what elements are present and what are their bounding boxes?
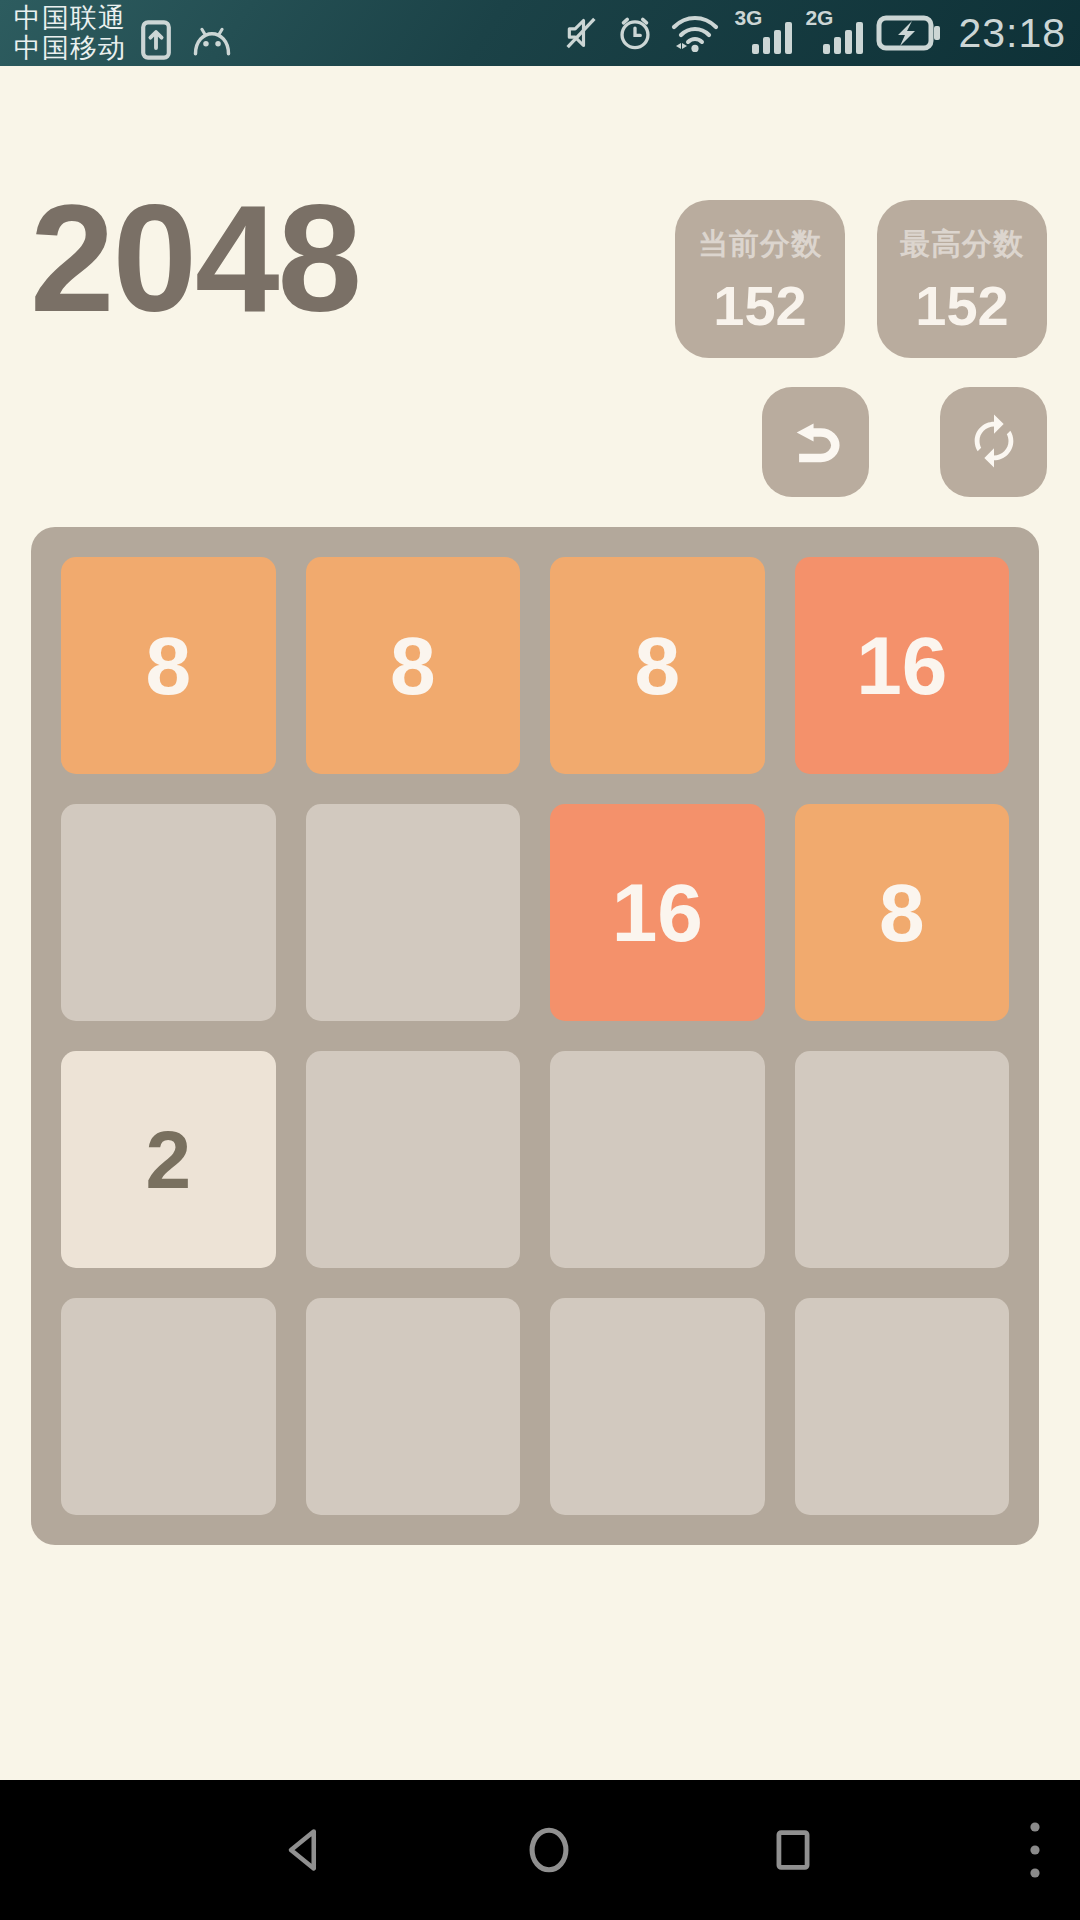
sim-up-arrow-icon (140, 19, 172, 61)
wifi-icon (669, 12, 721, 54)
nav-menu-button[interactable] (1005, 1780, 1065, 1920)
current-score-box: 当前分数 152 (675, 200, 845, 358)
empty-cell (61, 1298, 276, 1515)
menu-dots-icon (1029, 1819, 1041, 1881)
carrier-line-2: 中国移动 (14, 33, 126, 63)
current-score-value: 152 (713, 273, 806, 338)
undo-icon (787, 414, 845, 471)
signal-2g: 2G (805, 8, 863, 58)
best-score-label: 最高分数 (900, 224, 1024, 265)
empty-cell (795, 1298, 1010, 1515)
alarm-icon (614, 12, 656, 54)
carrier-label: 中国联通 中国移动 (14, 3, 126, 63)
nav-home-button[interactable] (494, 1780, 604, 1920)
empty-cell (306, 1298, 521, 1515)
nav-back-button[interactable] (249, 1780, 359, 1920)
game-board[interactable]: 888161682 (31, 527, 1039, 1545)
tile-2: 2 (61, 1051, 276, 1268)
android-nav-bar (0, 1780, 1080, 1920)
signal-3g: 3G (734, 8, 792, 58)
restart-button[interactable] (940, 387, 1047, 497)
undo-button[interactable] (762, 387, 869, 497)
back-icon (278, 1821, 330, 1879)
carrier-line-1: 中国联通 (14, 3, 126, 33)
screen: 中国联通 中国移动 3G 2G (0, 0, 1080, 1920)
battery-charging-icon (876, 12, 942, 54)
best-score-value: 152 (915, 273, 1008, 338)
page-title: 2048 (30, 182, 360, 334)
signal-bars-icon (823, 20, 863, 54)
current-score-label: 当前分数 (698, 224, 822, 265)
tile-8: 8 (61, 557, 276, 774)
clock-time: 23:18 (958, 10, 1066, 57)
tile-8: 8 (306, 557, 521, 774)
home-icon (520, 1819, 578, 1881)
tile-16: 16 (795, 557, 1010, 774)
mute-icon (561, 13, 601, 53)
status-icons: 3G 2G 23:18 (561, 8, 1066, 58)
empty-cell (550, 1298, 765, 1515)
tile-16: 16 (550, 804, 765, 1021)
android-debug-icon (190, 26, 234, 56)
empty-cell (306, 1051, 521, 1268)
tile-8: 8 (550, 557, 765, 774)
empty-cell (61, 804, 276, 1021)
recents-icon (767, 1821, 819, 1879)
nav-recents-button[interactable] (738, 1780, 848, 1920)
best-score-box: 最高分数 152 (877, 200, 1047, 358)
refresh-icon (965, 412, 1023, 473)
empty-cell (306, 804, 521, 1021)
status-bar: 中国联通 中国移动 3G 2G (0, 0, 1080, 66)
empty-cell (795, 1051, 1010, 1268)
signal-bars-icon (752, 20, 792, 54)
empty-cell (550, 1051, 765, 1268)
tile-8: 8 (795, 804, 1010, 1021)
